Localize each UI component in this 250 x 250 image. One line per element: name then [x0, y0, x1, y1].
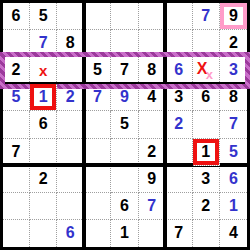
given-digit: 7	[120, 62, 129, 78]
cell-r1c6[interactable]	[139, 3, 166, 30]
entered-digit: 2	[174, 116, 183, 132]
given-digit: 8	[66, 35, 75, 51]
cell-r9c2[interactable]	[30, 220, 57, 247]
given-digit: 8	[147, 62, 156, 78]
cell-r2c5[interactable]	[111, 30, 138, 57]
cell-r6c7[interactable]	[166, 139, 193, 166]
cell-r4c3[interactable]: 2	[57, 84, 84, 111]
sudoku-board: 65797822x5786Xx3512794368652772152936672…	[0, 0, 250, 250]
cell-r9c7[interactable]: 7	[166, 220, 193, 247]
cell-r4c1[interactable]: 5	[3, 84, 30, 111]
cell-r9c5[interactable]: 1	[111, 220, 138, 247]
cell-r5c6[interactable]	[139, 111, 166, 138]
cell-r6c3[interactable]	[57, 139, 84, 166]
cell-r7c4[interactable]	[84, 166, 111, 193]
red-x-mark: x	[39, 63, 47, 78]
given-digit: 6	[39, 116, 48, 132]
cell-r5c9[interactable]: 7	[220, 111, 247, 138]
cell-r7c9[interactable]: 6	[220, 166, 247, 193]
cell-r6c1[interactable]: 7	[3, 139, 30, 166]
cell-r6c8[interactable]: 1	[193, 139, 220, 166]
sudoku-grid: 65797822x5786Xx3512794368652772152936672…	[3, 3, 247, 247]
cell-r8c5[interactable]: 6	[111, 193, 138, 220]
cell-r8c3[interactable]	[57, 193, 84, 220]
entered-digit: 1	[39, 89, 48, 105]
cell-r1c4[interactable]	[84, 3, 111, 30]
cell-r8c1[interactable]	[3, 193, 30, 220]
cell-r3c5[interactable]: 7	[111, 57, 138, 84]
cell-r3c6[interactable]: 8	[139, 57, 166, 84]
cell-r3c3[interactable]	[57, 57, 84, 84]
entered-digit: 7	[201, 8, 210, 24]
cell-r7c1[interactable]	[3, 166, 30, 193]
cell-r8c7[interactable]	[166, 193, 193, 220]
cell-r3c1[interactable]: 2	[3, 57, 30, 84]
given-digit: 2	[201, 198, 210, 214]
cell-r5c5[interactable]: 5	[111, 111, 138, 138]
given-digit: 5	[93, 62, 102, 78]
given-digit: 8	[229, 89, 238, 105]
cell-r3c2[interactable]: x	[30, 57, 57, 84]
cell-r1c7[interactable]	[166, 3, 193, 30]
cell-r4c9[interactable]: 8	[220, 84, 247, 111]
cell-r3c7[interactable]: 6	[166, 57, 193, 84]
given-digit: 6	[12, 8, 21, 24]
cell-r5c7[interactable]: 2	[166, 111, 193, 138]
cell-r2c6[interactable]	[139, 30, 166, 57]
given-digit: 6	[120, 198, 129, 214]
cell-r3c9[interactable]: 3	[220, 57, 247, 84]
given-digit: 7	[12, 144, 21, 160]
entered-digit: 2	[66, 89, 75, 105]
given-digit: 9	[147, 171, 156, 187]
entered-digit: 7	[147, 198, 156, 214]
cell-r2c9[interactable]: 2	[220, 30, 247, 57]
cell-r1c9[interactable]: 9	[220, 3, 247, 30]
given-digit: 3	[201, 171, 210, 187]
cell-r6c6[interactable]: 2	[139, 139, 166, 166]
given-digit: 6	[201, 89, 210, 105]
cell-r1c5[interactable]	[111, 3, 138, 30]
given-digit: 3	[174, 89, 183, 105]
cell-r4c2[interactable]: 1	[30, 84, 57, 111]
entered-digit: 5	[12, 89, 21, 105]
cell-r1c3[interactable]	[57, 3, 84, 30]
cell-r6c4[interactable]	[84, 139, 111, 166]
cell-r4c7[interactable]: 3	[166, 84, 193, 111]
cell-r8c9[interactable]: 1	[220, 193, 247, 220]
cell-r5c4[interactable]	[84, 111, 111, 138]
cell-r7c8[interactable]: 3	[193, 166, 220, 193]
cell-r8c2[interactable]	[30, 193, 57, 220]
given-digit: 4	[147, 89, 156, 105]
cell-r9c6[interactable]	[139, 220, 166, 247]
entered-digit: 1	[229, 198, 238, 214]
cell-r5c2[interactable]: 6	[30, 111, 57, 138]
given-digit: 4	[229, 225, 238, 241]
cell-r2c3[interactable]: 8	[57, 30, 84, 57]
entered-digit: 6	[66, 225, 75, 241]
given-digit: 2	[12, 62, 21, 78]
entered-digit: 3	[229, 62, 238, 78]
entered-digit: 9	[120, 89, 129, 105]
cell-r5c8[interactable]	[193, 111, 220, 138]
cell-r1c1[interactable]: 6	[3, 3, 30, 30]
given-digit: 2	[39, 171, 48, 187]
cell-r2c2[interactable]: 7	[30, 30, 57, 57]
cell-r4c8[interactable]: 6	[193, 84, 220, 111]
cell-r6c2[interactable]	[30, 139, 57, 166]
cell-r3c4[interactable]: 5	[84, 57, 111, 84]
cell-r9c8[interactable]	[193, 220, 220, 247]
cell-r2c1[interactable]	[3, 30, 30, 57]
cell-r9c3[interactable]: 6	[57, 220, 84, 247]
given-digit: 5	[120, 116, 129, 132]
entered-digit: 6	[229, 171, 238, 187]
entered-digit: 7	[229, 116, 238, 132]
cell-r4c4[interactable]: 7	[84, 84, 111, 111]
cell-r5c1[interactable]	[3, 111, 30, 138]
cell-r2c4[interactable]	[84, 30, 111, 57]
entered-digit: 7	[93, 89, 102, 105]
cell-r8c6[interactable]: 7	[139, 193, 166, 220]
cell-r9c4[interactable]	[84, 220, 111, 247]
cell-r9c1[interactable]	[3, 220, 30, 247]
pink-x-mark: x	[206, 68, 213, 81]
cell-r6c9[interactable]: 5	[220, 139, 247, 166]
cell-r1c2[interactable]: 5	[30, 3, 57, 30]
cell-r7c3[interactable]	[57, 166, 84, 193]
given-digit: 7	[174, 225, 183, 241]
cell-r7c5[interactable]	[111, 166, 138, 193]
given-digit: 2	[147, 144, 156, 160]
cell-r2c7[interactable]	[166, 30, 193, 57]
cell-r3c8[interactable]: Xx	[193, 57, 220, 84]
cell-r2c8[interactable]	[193, 30, 220, 57]
cell-r8c8[interactable]: 2	[193, 193, 220, 220]
entered-digit: 7	[39, 35, 48, 51]
cell-r4c6[interactable]: 4	[139, 84, 166, 111]
cell-r7c2[interactable]: 2	[30, 166, 57, 193]
cell-r9c9[interactable]: 4	[220, 220, 247, 247]
cell-r5c3[interactable]	[57, 111, 84, 138]
entered-digit: 5	[229, 144, 238, 160]
cell-r1c8[interactable]: 7	[193, 3, 220, 30]
given-digit: 2	[229, 35, 238, 51]
given-digit: 1	[120, 225, 129, 241]
cell-r6c5[interactable]	[111, 139, 138, 166]
given-digit: 1	[201, 144, 210, 160]
given-digit: 5	[39, 8, 48, 24]
cell-r8c4[interactable]	[84, 193, 111, 220]
cell-r7c7[interactable]	[166, 166, 193, 193]
entered-digit: 6	[174, 62, 183, 78]
given-digit: 9	[229, 8, 238, 24]
cell-r7c6[interactable]: 9	[139, 166, 166, 193]
cell-r4c5[interactable]: 9	[111, 84, 138, 111]
